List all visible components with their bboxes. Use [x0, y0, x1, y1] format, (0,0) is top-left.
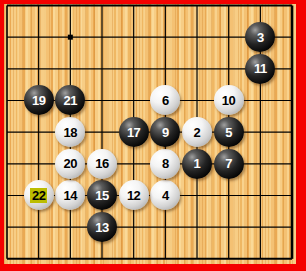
move-number: 12	[127, 188, 140, 203]
move-number: 14	[64, 188, 77, 203]
stones-layer: 12345678910111213141516171819202122	[0, 0, 306, 271]
stone-1: 1	[182, 149, 212, 179]
move-number: 15	[95, 188, 108, 203]
move-number: 19	[32, 93, 45, 108]
stone-5: 5	[214, 117, 244, 147]
stone-12: 12	[119, 180, 149, 210]
move-number: 3	[257, 30, 264, 45]
move-number: 1	[194, 156, 201, 171]
move-number: 5	[225, 125, 232, 140]
stone-17: 17	[119, 117, 149, 147]
stone-18: 18	[55, 117, 85, 147]
stone-15: 15	[87, 180, 117, 210]
move-number: 6	[162, 93, 169, 108]
move-number: 9	[162, 125, 169, 140]
stone-14: 14	[55, 180, 85, 210]
stone-7: 7	[214, 149, 244, 179]
move-number: 18	[64, 125, 77, 140]
stone-4: 4	[150, 180, 180, 210]
stone-21: 21	[55, 85, 85, 115]
move-number: 17	[127, 125, 140, 140]
stone-3: 3	[245, 22, 275, 52]
last-move-number: 22	[30, 188, 47, 203]
applet-frame: 12345678910111213141516171819202122	[0, 0, 306, 271]
move-number: 13	[95, 220, 108, 235]
move-number: 20	[64, 156, 77, 171]
stone-20: 20	[55, 149, 85, 179]
move-number: 4	[162, 188, 169, 203]
stone-19: 19	[24, 85, 54, 115]
stone-22: 22	[24, 180, 54, 210]
stone-8: 8	[150, 149, 180, 179]
move-number: 21	[64, 93, 77, 108]
stone-16: 16	[87, 149, 117, 179]
move-number: 2	[194, 125, 201, 140]
move-number: 10	[222, 93, 235, 108]
move-number: 16	[95, 156, 108, 171]
stone-6: 6	[150, 85, 180, 115]
move-number: 7	[225, 156, 232, 171]
stone-13: 13	[87, 212, 117, 242]
stone-11: 11	[245, 54, 275, 84]
stone-2: 2	[182, 117, 212, 147]
move-number: 8	[162, 156, 169, 171]
move-number: 11	[254, 61, 267, 76]
go-board[interactable]: 12345678910111213141516171819202122	[4, 4, 296, 264]
stone-9: 9	[150, 117, 180, 147]
stone-10: 10	[214, 85, 244, 115]
